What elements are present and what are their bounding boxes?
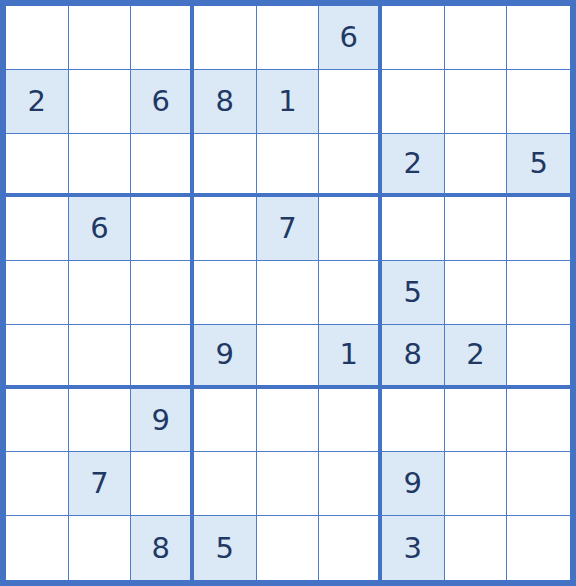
cell-r2c7[interactable] bbox=[382, 70, 445, 134]
cell-r4c8[interactable] bbox=[445, 197, 508, 261]
cell-r3c6[interactable] bbox=[319, 134, 382, 198]
cell-r5c6[interactable] bbox=[319, 261, 382, 325]
cell-r9c4[interactable]: 5 bbox=[194, 516, 257, 580]
cell-r6c1[interactable] bbox=[6, 325, 69, 389]
cell-r2c3[interactable]: 6 bbox=[131, 70, 194, 134]
cell-r6c6[interactable]: 1 bbox=[319, 325, 382, 389]
cell-r7c5[interactable] bbox=[257, 389, 320, 453]
cell-r8c3[interactable] bbox=[131, 452, 194, 516]
cell-r8c2[interactable]: 7 bbox=[69, 452, 132, 516]
cell-r7c1[interactable] bbox=[6, 389, 69, 453]
cell-r6c5[interactable] bbox=[257, 325, 320, 389]
cell-r4c1[interactable] bbox=[6, 197, 69, 261]
cell-r9c2[interactable] bbox=[69, 516, 132, 580]
cell-r8c1[interactable] bbox=[6, 452, 69, 516]
given-digit: 6 bbox=[90, 214, 108, 243]
given-digit: 8 bbox=[216, 87, 234, 116]
cell-r3c8[interactable] bbox=[445, 134, 508, 198]
cell-r5c5[interactable] bbox=[257, 261, 320, 325]
cell-r6c9[interactable] bbox=[507, 325, 570, 389]
cell-r2c5[interactable]: 1 bbox=[257, 70, 320, 134]
cell-r6c3[interactable] bbox=[131, 325, 194, 389]
cell-r1c4[interactable] bbox=[194, 6, 257, 70]
cell-r2c4[interactable]: 8 bbox=[194, 70, 257, 134]
cell-r3c9[interactable]: 5 bbox=[507, 134, 570, 198]
cell-r5c8[interactable] bbox=[445, 261, 508, 325]
cell-r1c2[interactable] bbox=[69, 6, 132, 70]
given-digit: 2 bbox=[28, 87, 46, 116]
cell-r1c7[interactable] bbox=[382, 6, 445, 70]
cell-r3c1[interactable] bbox=[6, 134, 69, 198]
cell-r8c6[interactable] bbox=[319, 452, 382, 516]
cell-r6c4[interactable]: 9 bbox=[194, 325, 257, 389]
cell-r2c1[interactable]: 2 bbox=[6, 70, 69, 134]
sudoku-app: 62681256759182979853 bbox=[0, 0, 576, 586]
cell-r7c7[interactable] bbox=[382, 389, 445, 453]
cell-r2c2[interactable] bbox=[69, 70, 132, 134]
cell-r4c7[interactable] bbox=[382, 197, 445, 261]
cell-r4c4[interactable] bbox=[194, 197, 257, 261]
cell-r2c8[interactable] bbox=[445, 70, 508, 134]
sudoku-board: 62681256759182979853 bbox=[0, 0, 576, 586]
cell-r7c4[interactable] bbox=[194, 389, 257, 453]
given-digit: 7 bbox=[278, 214, 296, 243]
cell-r9c1[interactable] bbox=[6, 516, 69, 580]
cell-r1c9[interactable] bbox=[507, 6, 570, 70]
given-digit: 9 bbox=[216, 340, 234, 369]
cell-r6c7[interactable]: 8 bbox=[382, 325, 445, 389]
cell-r5c7[interactable]: 5 bbox=[382, 261, 445, 325]
cell-r7c8[interactable] bbox=[445, 389, 508, 453]
cell-r8c4[interactable] bbox=[194, 452, 257, 516]
cell-r4c9[interactable] bbox=[507, 197, 570, 261]
cell-r4c2[interactable]: 6 bbox=[69, 197, 132, 261]
cell-r9c9[interactable] bbox=[507, 516, 570, 580]
given-digit: 1 bbox=[339, 340, 357, 369]
given-digit: 5 bbox=[216, 534, 234, 563]
given-digit: 2 bbox=[466, 340, 484, 369]
cell-r1c6[interactable]: 6 bbox=[319, 6, 382, 70]
cell-r8c8[interactable] bbox=[445, 452, 508, 516]
cell-r4c6[interactable] bbox=[319, 197, 382, 261]
cell-r5c2[interactable] bbox=[69, 261, 132, 325]
cell-r1c5[interactable] bbox=[257, 6, 320, 70]
given-digit: 3 bbox=[404, 534, 422, 563]
cell-r7c3[interactable]: 9 bbox=[131, 389, 194, 453]
cell-r3c7[interactable]: 2 bbox=[382, 134, 445, 198]
cell-r3c3[interactable] bbox=[131, 134, 194, 198]
cell-r7c9[interactable] bbox=[507, 389, 570, 453]
cell-r2c6[interactable] bbox=[319, 70, 382, 134]
given-digit: 9 bbox=[151, 406, 169, 435]
cell-r8c7[interactable]: 9 bbox=[382, 452, 445, 516]
given-digit: 8 bbox=[404, 340, 422, 369]
cell-r2c9[interactable] bbox=[507, 70, 570, 134]
cell-r1c3[interactable] bbox=[131, 6, 194, 70]
cell-r5c1[interactable] bbox=[6, 261, 69, 325]
given-digit: 6 bbox=[339, 23, 357, 52]
cell-r9c3[interactable]: 8 bbox=[131, 516, 194, 580]
cell-r9c5[interactable] bbox=[257, 516, 320, 580]
cell-r7c2[interactable] bbox=[69, 389, 132, 453]
cell-r3c5[interactable] bbox=[257, 134, 320, 198]
cell-r4c5[interactable]: 7 bbox=[257, 197, 320, 261]
given-digit: 8 bbox=[151, 534, 169, 563]
given-digit: 5 bbox=[404, 278, 422, 307]
cell-r4c3[interactable] bbox=[131, 197, 194, 261]
given-digit: 7 bbox=[90, 469, 108, 498]
given-digit: 5 bbox=[529, 149, 547, 178]
cell-r9c7[interactable]: 3 bbox=[382, 516, 445, 580]
cell-r5c4[interactable] bbox=[194, 261, 257, 325]
cell-r1c8[interactable] bbox=[445, 6, 508, 70]
cell-r5c9[interactable] bbox=[507, 261, 570, 325]
given-digit: 2 bbox=[404, 149, 422, 178]
cell-r9c6[interactable] bbox=[319, 516, 382, 580]
cell-r7c6[interactable] bbox=[319, 389, 382, 453]
given-digit: 1 bbox=[278, 87, 296, 116]
cell-r3c2[interactable] bbox=[69, 134, 132, 198]
cell-r5c3[interactable] bbox=[131, 261, 194, 325]
given-digit: 6 bbox=[151, 87, 169, 116]
cell-r3c4[interactable] bbox=[194, 134, 257, 198]
given-digit: 9 bbox=[404, 469, 422, 498]
cell-r9c8[interactable] bbox=[445, 516, 508, 580]
cell-r8c5[interactable] bbox=[257, 452, 320, 516]
cell-r6c2[interactable] bbox=[69, 325, 132, 389]
cell-r1c1[interactable] bbox=[6, 6, 69, 70]
cell-r6c8[interactable]: 2 bbox=[445, 325, 508, 389]
cell-r8c9[interactable] bbox=[507, 452, 570, 516]
